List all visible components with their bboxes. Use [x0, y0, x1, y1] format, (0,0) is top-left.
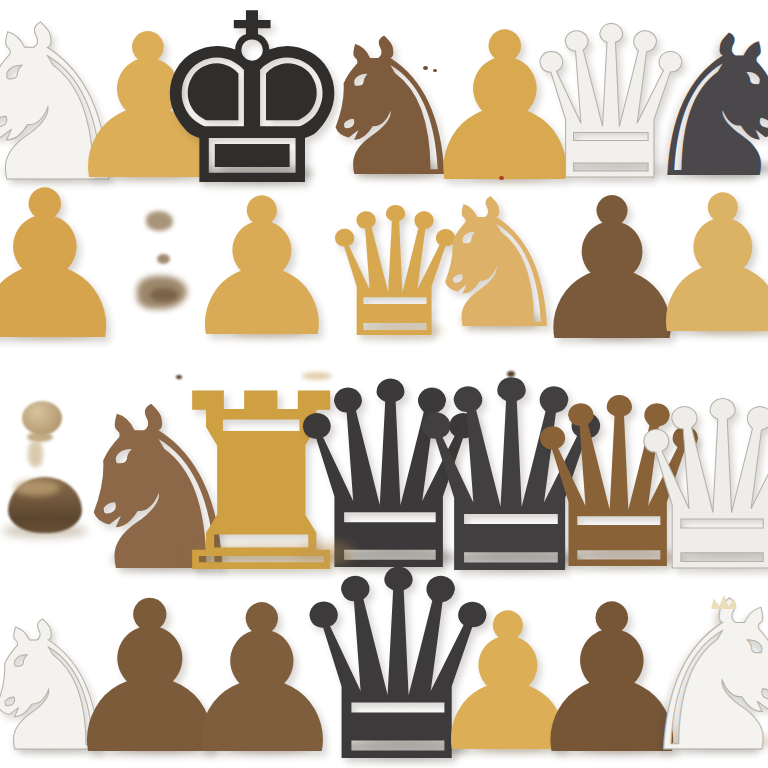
gold-pawn[interactable]: ♟︎ — [638, 171, 768, 361]
cell-r3c7: ♛︎ — [658, 384, 768, 576]
cell-r4c7: ♞︎ — [658, 576, 768, 768]
gold-pawn[interactable]: ♟︎ — [0, 164, 137, 369]
piece-grid: ♞︎♟︎♚︎♞︎♟︎♛︎♞︎♟︎♟︎♛︎♞︎♟︎♟︎♞︎♜︎♛︎♛︎♛︎♛︎♞︎… — [0, 0, 768, 768]
chess-emoji-sheet: ♞︎♟︎♚︎♞︎♟︎♛︎♞︎♟︎♟︎♛︎♞︎♟︎♟︎♞︎♜︎♛︎♛︎♛︎♛︎♞︎… — [0, 0, 768, 768]
cell-r2c1: ♟︎ — [0, 192, 110, 384]
white-knight[interactable]: ♞︎ — [630, 574, 768, 768]
